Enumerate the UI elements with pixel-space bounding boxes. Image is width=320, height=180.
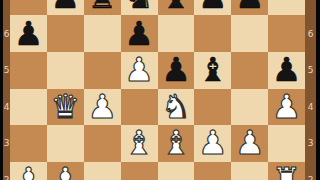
square-g4[interactable] bbox=[231, 89, 268, 126]
rank-label-4-right: 4 bbox=[305, 102, 316, 111]
black-rook-c7[interactable]: ♜ bbox=[87, 0, 117, 15]
white-queen-b4[interactable]: ♛ bbox=[51, 89, 81, 125]
board-frame-left: 765432 bbox=[3, 0, 10, 180]
black-bishop-e7[interactable]: ♝ bbox=[161, 0, 191, 15]
square-f4[interactable] bbox=[194, 89, 231, 126]
black-pawn-g7[interactable]: ♟ bbox=[235, 0, 265, 15]
rank-label-3-left: 3 bbox=[3, 139, 10, 148]
black-pawn-h5[interactable]: ♟ bbox=[272, 52, 302, 88]
white-pawn-h4[interactable]: ♟ bbox=[272, 89, 302, 125]
square-c5[interactable] bbox=[84, 52, 121, 89]
square-g7[interactable]: ♟ bbox=[231, 0, 268, 15]
square-b5[interactable] bbox=[47, 52, 84, 89]
square-c4[interactable]: ♟ bbox=[84, 89, 121, 126]
rank-label-7-left: 7 bbox=[3, 0, 10, 1]
letterbox-bar-left bbox=[0, 0, 3, 180]
square-f3[interactable]: ♟ bbox=[194, 125, 231, 162]
square-a7[interactable] bbox=[10, 0, 47, 15]
square-c6[interactable] bbox=[84, 15, 121, 52]
square-a2[interactable]: ♟ bbox=[10, 162, 47, 180]
square-h4[interactable]: ♟ bbox=[268, 89, 305, 126]
square-b2[interactable]: ♟ bbox=[47, 162, 84, 180]
rank-label-7-right: 7 bbox=[305, 0, 316, 1]
black-pawn-a6[interactable]: ♟ bbox=[14, 16, 44, 52]
black-pawn-d6[interactable]: ♟ bbox=[124, 16, 154, 52]
rank-label-2-left: 2 bbox=[3, 176, 10, 180]
square-h7[interactable] bbox=[268, 0, 305, 15]
square-g2[interactable] bbox=[231, 162, 268, 180]
square-c7[interactable]: ♜ bbox=[84, 0, 121, 15]
black-knight-d7[interactable]: ♞ bbox=[124, 0, 154, 15]
square-e7[interactable]: ♝ bbox=[158, 0, 195, 15]
chess-board[interactable]: ♟♜♞♝♟♟♟♟♟♟♝♟♛♟♞♟♝♝♟♟♟♟♜ bbox=[10, 0, 305, 180]
square-h3[interactable] bbox=[268, 125, 305, 162]
square-b3[interactable] bbox=[47, 125, 84, 162]
square-c2[interactable] bbox=[84, 162, 121, 180]
square-d3[interactable]: ♝ bbox=[121, 125, 158, 162]
square-e2[interactable] bbox=[158, 162, 195, 180]
board-frame-right: 765432 bbox=[305, 0, 316, 180]
rank-label-4-left: 4 bbox=[3, 102, 10, 111]
square-e6[interactable] bbox=[158, 15, 195, 52]
white-pawn-f3[interactable]: ♟ bbox=[198, 125, 228, 161]
square-f6[interactable] bbox=[194, 15, 231, 52]
square-h5[interactable]: ♟ bbox=[268, 52, 305, 89]
white-pawn-c4[interactable]: ♟ bbox=[87, 89, 117, 125]
rank-label-3-right: 3 bbox=[305, 139, 316, 148]
square-a5[interactable] bbox=[10, 52, 47, 89]
white-rook-h2[interactable]: ♜ bbox=[272, 162, 302, 180]
square-d7[interactable]: ♞ bbox=[121, 0, 158, 15]
black-pawn-f7[interactable]: ♟ bbox=[198, 0, 228, 15]
rank-label-6-left: 6 bbox=[3, 29, 10, 38]
square-g6[interactable] bbox=[231, 15, 268, 52]
rank-label-5-left: 5 bbox=[3, 66, 10, 75]
square-a4[interactable] bbox=[10, 89, 47, 126]
square-h6[interactable] bbox=[268, 15, 305, 52]
black-pawn-b7[interactable]: ♟ bbox=[51, 0, 81, 15]
white-pawn-g3[interactable]: ♟ bbox=[235, 125, 265, 161]
black-pawn-e5[interactable]: ♟ bbox=[161, 52, 191, 88]
white-bishop-d3[interactable]: ♝ bbox=[124, 125, 154, 161]
square-h2[interactable]: ♜ bbox=[268, 162, 305, 180]
white-pawn-b2[interactable]: ♟ bbox=[51, 162, 81, 180]
square-b7[interactable]: ♟ bbox=[47, 0, 84, 15]
square-d5[interactable]: ♟ bbox=[121, 52, 158, 89]
square-a3[interactable] bbox=[10, 125, 47, 162]
square-d6[interactable]: ♟ bbox=[121, 15, 158, 52]
square-b6[interactable] bbox=[47, 15, 84, 52]
square-d2[interactable] bbox=[121, 162, 158, 180]
square-e4[interactable]: ♞ bbox=[158, 89, 195, 126]
video-frame: ♟♜♞♝♟♟♟♟♟♟♝♟♛♟♞♟♝♝♟♟♟♟♜ 765432 765432 bbox=[0, 0, 320, 180]
letterbox-bar-right bbox=[316, 0, 320, 180]
black-bishop-f5[interactable]: ♝ bbox=[198, 52, 228, 88]
square-e3[interactable]: ♝ bbox=[158, 125, 195, 162]
white-pawn-d5[interactable]: ♟ bbox=[124, 52, 154, 88]
square-a6[interactable]: ♟ bbox=[10, 15, 47, 52]
square-d4[interactable] bbox=[121, 89, 158, 126]
square-f7[interactable]: ♟ bbox=[194, 0, 231, 15]
rank-label-2-right: 2 bbox=[305, 176, 316, 180]
square-e5[interactable]: ♟ bbox=[158, 52, 195, 89]
white-knight-e4[interactable]: ♞ bbox=[161, 89, 191, 125]
square-c3[interactable] bbox=[84, 125, 121, 162]
rank-label-6-right: 6 bbox=[305, 29, 316, 38]
square-b4[interactable]: ♛ bbox=[47, 89, 84, 126]
square-f5[interactable]: ♝ bbox=[194, 52, 231, 89]
white-bishop-e3[interactable]: ♝ bbox=[161, 125, 191, 161]
white-pawn-a2[interactable]: ♟ bbox=[14, 162, 44, 180]
square-g3[interactable]: ♟ bbox=[231, 125, 268, 162]
rank-label-5-right: 5 bbox=[305, 66, 316, 75]
square-f2[interactable] bbox=[194, 162, 231, 180]
square-g5[interactable] bbox=[231, 52, 268, 89]
